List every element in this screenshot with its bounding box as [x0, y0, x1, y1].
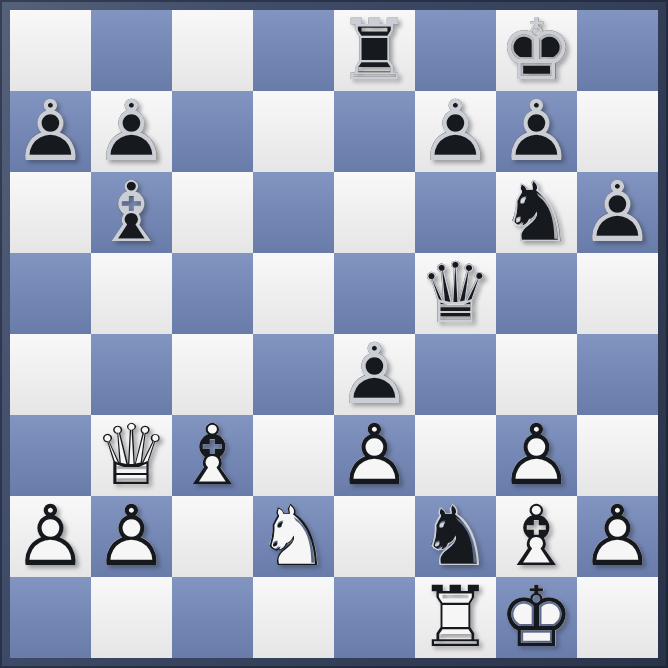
piece-outline-glyph: ♙ — [577, 496, 658, 577]
square-c5[interactable] — [172, 253, 253, 334]
square-h7[interactable] — [577, 91, 658, 172]
square-a4[interactable] — [10, 334, 91, 415]
square-c3[interactable]: ♝♗ — [172, 415, 253, 496]
square-b8[interactable] — [91, 10, 172, 91]
square-c4[interactable] — [172, 334, 253, 415]
piece-outline-glyph: ♖ — [415, 577, 496, 658]
square-h8[interactable] — [577, 10, 658, 91]
white-queen[interactable]: ♛♕ — [91, 415, 172, 496]
square-f5[interactable]: ♛♕ — [415, 253, 496, 334]
square-a3[interactable] — [10, 415, 91, 496]
square-f7[interactable]: ♟♙ — [415, 91, 496, 172]
square-c8[interactable] — [172, 10, 253, 91]
square-c1[interactable] — [172, 577, 253, 658]
piece-outline-glyph: ♙ — [577, 172, 658, 253]
piece-outline-glyph: ♙ — [334, 415, 415, 496]
square-e5[interactable] — [334, 253, 415, 334]
square-h4[interactable] — [577, 334, 658, 415]
square-a8[interactable] — [10, 10, 91, 91]
piece-outline-glyph: ♗ — [496, 496, 577, 577]
black-queen[interactable]: ♛♕ — [415, 253, 496, 334]
piece-outline-glyph: ♙ — [91, 496, 172, 577]
square-g1[interactable]: ♚♔ — [496, 577, 577, 658]
black-bishop[interactable]: ♝♗ — [91, 172, 172, 253]
square-h5[interactable] — [577, 253, 658, 334]
piece-outline-glyph: ♔ — [496, 10, 577, 91]
black-pawn[interactable]: ♟♙ — [10, 91, 91, 172]
square-g8[interactable]: ♚♔ — [496, 10, 577, 91]
piece-outline-glyph: ♘ — [415, 496, 496, 577]
square-f1[interactable]: ♜♖ — [415, 577, 496, 658]
black-pawn[interactable]: ♟♙ — [91, 91, 172, 172]
piece-outline-glyph: ♕ — [91, 415, 172, 496]
white-pawn[interactable]: ♟♙ — [577, 496, 658, 577]
square-g2[interactable]: ♝♗ — [496, 496, 577, 577]
square-b4[interactable] — [91, 334, 172, 415]
white-king[interactable]: ♚♔ — [496, 577, 577, 658]
chess-board: ♜♖♚♔♟♙♟♙♟♙♟♙♝♗♞♘♟♙♛♕♟♙♛♕♝♗♟♙♟♙♟♙♟♙♞♘♞♘♝♗… — [10, 10, 658, 658]
square-d4[interactable] — [253, 334, 334, 415]
piece-outline-glyph: ♙ — [91, 91, 172, 172]
white-pawn[interactable]: ♟♙ — [91, 496, 172, 577]
square-f4[interactable] — [415, 334, 496, 415]
square-b6[interactable]: ♝♗ — [91, 172, 172, 253]
black-pawn[interactable]: ♟♙ — [496, 91, 577, 172]
square-f2[interactable]: ♞♘ — [415, 496, 496, 577]
square-c2[interactable] — [172, 496, 253, 577]
square-e6[interactable] — [334, 172, 415, 253]
square-g6[interactable]: ♞♘ — [496, 172, 577, 253]
piece-outline-glyph: ♙ — [496, 91, 577, 172]
square-e8[interactable]: ♜♖ — [334, 10, 415, 91]
square-d7[interactable] — [253, 91, 334, 172]
square-f8[interactable] — [415, 10, 496, 91]
black-king[interactable]: ♚♔ — [496, 10, 577, 91]
black-rook[interactable]: ♜♖ — [334, 10, 415, 91]
piece-outline-glyph: ♔ — [496, 577, 577, 658]
square-a5[interactable] — [10, 253, 91, 334]
piece-outline-glyph: ♘ — [253, 496, 334, 577]
white-pawn[interactable]: ♟♙ — [496, 415, 577, 496]
square-g4[interactable] — [496, 334, 577, 415]
square-b7[interactable]: ♟♙ — [91, 91, 172, 172]
square-f3[interactable] — [415, 415, 496, 496]
square-d2[interactable]: ♞♘ — [253, 496, 334, 577]
piece-outline-glyph: ♘ — [496, 172, 577, 253]
square-a2[interactable]: ♟♙ — [10, 496, 91, 577]
square-a6[interactable] — [10, 172, 91, 253]
piece-outline-glyph: ♕ — [415, 253, 496, 334]
square-d1[interactable] — [253, 577, 334, 658]
piece-outline-glyph: ♙ — [496, 415, 577, 496]
square-g5[interactable] — [496, 253, 577, 334]
square-b1[interactable] — [91, 577, 172, 658]
chess-board-frame: ♜♖♚♔♟♙♟♙♟♙♟♙♝♗♞♘♟♙♛♕♟♙♛♕♝♗♟♙♟♙♟♙♟♙♞♘♞♘♝♗… — [0, 0, 668, 668]
square-b3[interactable]: ♛♕ — [91, 415, 172, 496]
square-e1[interactable] — [334, 577, 415, 658]
square-c6[interactable] — [172, 172, 253, 253]
square-h3[interactable] — [577, 415, 658, 496]
black-pawn[interactable]: ♟♙ — [415, 91, 496, 172]
square-e3[interactable]: ♟♙ — [334, 415, 415, 496]
square-h6[interactable]: ♟♙ — [577, 172, 658, 253]
piece-outline-glyph: ♙ — [10, 496, 91, 577]
white-bishop[interactable]: ♝♗ — [496, 496, 577, 577]
black-pawn[interactable]: ♟♙ — [334, 334, 415, 415]
square-d3[interactable] — [253, 415, 334, 496]
square-h2[interactable]: ♟♙ — [577, 496, 658, 577]
white-bishop[interactable]: ♝♗ — [172, 415, 253, 496]
square-d8[interactable] — [253, 10, 334, 91]
square-g7[interactable]: ♟♙ — [496, 91, 577, 172]
square-h1[interactable] — [577, 577, 658, 658]
black-pawn[interactable]: ♟♙ — [577, 172, 658, 253]
black-knight[interactable]: ♞♘ — [415, 496, 496, 577]
white-pawn[interactable]: ♟♙ — [10, 496, 91, 577]
white-knight[interactable]: ♞♘ — [253, 496, 334, 577]
white-rook[interactable]: ♜♖ — [415, 577, 496, 658]
piece-outline-glyph: ♗ — [172, 415, 253, 496]
square-c7[interactable] — [172, 91, 253, 172]
square-a7[interactable]: ♟♙ — [10, 91, 91, 172]
piece-outline-glyph: ♙ — [334, 334, 415, 415]
black-knight[interactable]: ♞♘ — [496, 172, 577, 253]
square-e4[interactable]: ♟♙ — [334, 334, 415, 415]
piece-outline-glyph: ♙ — [415, 91, 496, 172]
square-a1[interactable] — [10, 577, 91, 658]
square-d5[interactable] — [253, 253, 334, 334]
square-d6[interactable] — [253, 172, 334, 253]
square-b2[interactable]: ♟♙ — [91, 496, 172, 577]
piece-outline-glyph: ♗ — [91, 172, 172, 253]
square-g3[interactable]: ♟♙ — [496, 415, 577, 496]
square-b5[interactable] — [91, 253, 172, 334]
white-pawn[interactable]: ♟♙ — [334, 415, 415, 496]
square-e2[interactable] — [334, 496, 415, 577]
square-f6[interactable] — [415, 172, 496, 253]
piece-outline-glyph: ♙ — [10, 91, 91, 172]
piece-outline-glyph: ♖ — [334, 10, 415, 91]
square-e7[interactable] — [334, 91, 415, 172]
